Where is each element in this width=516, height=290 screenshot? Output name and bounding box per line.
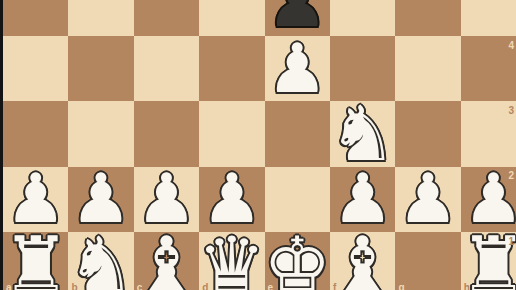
white-pawn[interactable]: ♟ [267, 35, 328, 103]
square-f1[interactable]: ♝ [330, 232, 395, 290]
square-b1[interactable]: ♞ [68, 232, 133, 290]
square-b4[interactable] [68, 36, 133, 101]
white-rook[interactable]: ♜ [2, 227, 70, 290]
square-g4[interactable] [395, 36, 460, 101]
square-c3[interactable] [134, 101, 199, 166]
square-f5[interactable] [330, 0, 395, 36]
square-f3[interactable]: ♞ [330, 101, 395, 166]
file-label-h: h [464, 283, 470, 290]
white-bishop[interactable]: ♝ [329, 227, 397, 290]
board-grid: ♟♟♞♟♟♟♟♟♟♟♜♞♝♛♚♝♜ [3, 0, 516, 290]
square-e1[interactable]: ♚ [265, 232, 330, 290]
white-king[interactable]: ♚ [263, 227, 331, 290]
white-queen[interactable]: ♛ [198, 227, 266, 290]
rank-label-4: 4 [508, 41, 514, 51]
square-d1[interactable]: ♛ [199, 232, 264, 290]
rank-label-3: 3 [508, 106, 514, 116]
square-c4[interactable] [134, 36, 199, 101]
square-b5[interactable] [68, 0, 133, 36]
file-label-c: c [137, 283, 143, 290]
square-g3[interactable] [395, 101, 460, 166]
file-label-a: a [6, 283, 12, 290]
file-label-g: g [398, 283, 404, 290]
file-label-f: f [333, 283, 336, 290]
square-a5[interactable] [3, 0, 68, 36]
screen-left-edge [0, 0, 3, 290]
square-g1[interactable] [395, 232, 460, 290]
square-e3[interactable] [265, 101, 330, 166]
square-a3[interactable] [3, 101, 68, 166]
square-c1[interactable]: ♝ [134, 232, 199, 290]
square-c5[interactable] [134, 0, 199, 36]
file-label-d: d [202, 283, 208, 290]
chess-board-viewport: ♟♟♞♟♟♟♟♟♟♟♜♞♝♛♚♝♜ 4321abcdefgh [0, 0, 516, 290]
square-d3[interactable] [199, 101, 264, 166]
square-b3[interactable] [68, 101, 133, 166]
rank-label-2: 2 [508, 171, 514, 181]
square-g2[interactable]: ♟ [395, 167, 460, 232]
square-h5[interactable] [461, 0, 516, 36]
square-a1[interactable]: ♜ [3, 232, 68, 290]
square-d4[interactable] [199, 36, 264, 101]
square-g5[interactable] [395, 0, 460, 36]
file-label-b: b [71, 283, 77, 290]
white-pawn[interactable]: ♟ [398, 165, 459, 233]
white-bishop[interactable]: ♝ [132, 227, 200, 290]
white-knight[interactable]: ♞ [67, 227, 135, 290]
file-label-e: e [268, 283, 274, 290]
square-a4[interactable] [3, 36, 68, 101]
rank-label-1: 1 [508, 237, 514, 247]
square-e4[interactable]: ♟ [265, 36, 330, 101]
square-d5[interactable] [199, 0, 264, 36]
